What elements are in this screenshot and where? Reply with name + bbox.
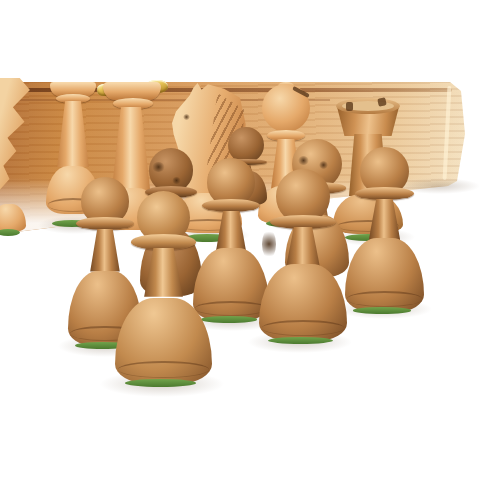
pawn-neck <box>369 199 401 241</box>
wood-knot <box>152 162 165 172</box>
pawn-collar <box>131 234 196 250</box>
pawn-piece <box>115 191 212 387</box>
pawn-collar <box>355 187 413 200</box>
chess-set-photo <box>0 0 500 500</box>
wood-knot <box>298 156 309 165</box>
pawn-base-rings <box>347 291 421 306</box>
piece-base <box>0 204 26 232</box>
rook-crenellation-notch <box>346 102 353 111</box>
felt-base <box>125 379 197 387</box>
pawn-collar <box>270 215 335 229</box>
pawn-piece <box>345 147 424 314</box>
rook-crenellation-notch <box>377 97 386 106</box>
pawn-neck <box>216 211 246 252</box>
wood-knot <box>319 161 328 169</box>
wood-knot <box>262 229 276 259</box>
felt-base <box>268 337 333 344</box>
pawn-piece <box>259 169 347 344</box>
knight-eye <box>183 114 190 120</box>
wood-knot <box>172 177 181 184</box>
felt-base <box>353 307 411 314</box>
cropped-edge-piece <box>0 78 34 240</box>
piece-body <box>0 78 34 211</box>
felt-base <box>0 229 20 236</box>
pawn-neck <box>144 248 183 297</box>
pawn-base-rings <box>118 361 209 379</box>
queen-stem <box>55 101 91 167</box>
